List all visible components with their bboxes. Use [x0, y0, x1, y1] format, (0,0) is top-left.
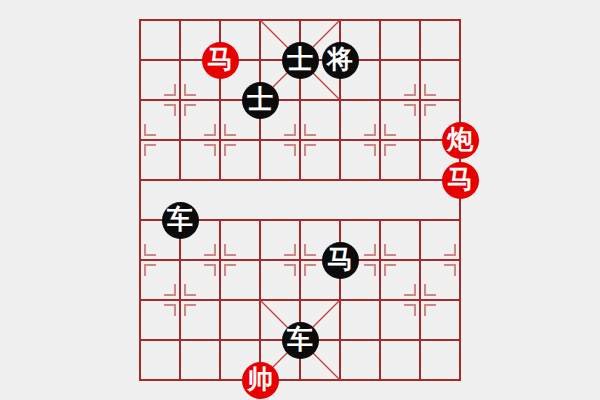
piece-black-horse[interactable]: 马	[322, 242, 359, 279]
piece-black-general[interactable]: 将	[322, 42, 359, 79]
piece-black-chariot-1[interactable]: 车	[162, 202, 199, 239]
piece-black-chariot-2[interactable]: 车	[282, 322, 319, 359]
piece-black-advisor-2[interactable]: 士	[242, 82, 279, 119]
piece-red-general[interactable]: 帅	[242, 362, 279, 399]
piece-red-horse-2[interactable]: 马	[442, 162, 479, 199]
piece-black-advisor-1[interactable]: 士	[282, 42, 319, 79]
piece-red-cannon[interactable]: 炮	[442, 122, 479, 159]
xiangqi-board-area: 马士将士炮马车马车帅	[0, 0, 600, 400]
piece-red-horse-1[interactable]: 马	[202, 42, 239, 79]
